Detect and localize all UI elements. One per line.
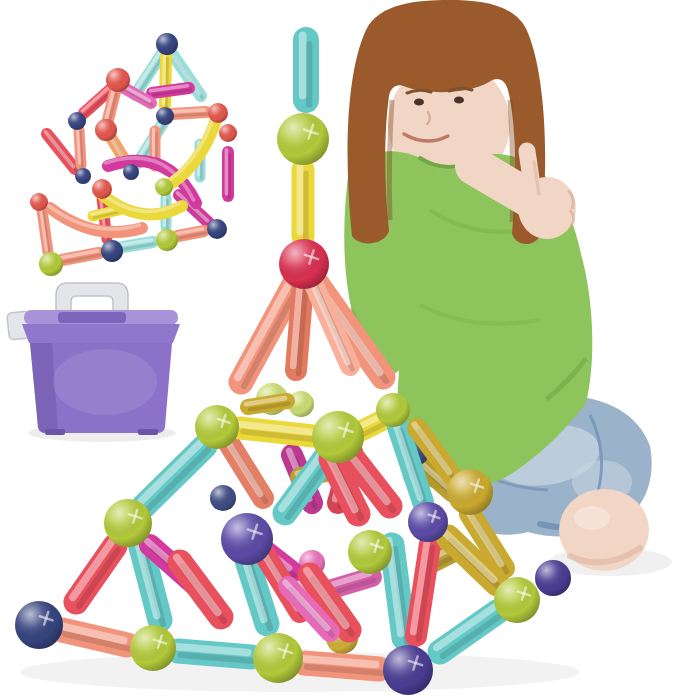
- knee-highlight: [574, 506, 610, 530]
- magnetic-ball: [312, 411, 364, 463]
- eye-left: [414, 98, 424, 105]
- magnetic-rod: [170, 110, 207, 116]
- box-foot: [45, 429, 65, 435]
- magnetic-ball: [376, 393, 410, 427]
- magnetic-rod: [121, 240, 154, 249]
- magnetic-ball: [130, 625, 176, 671]
- magnetic-ball: [221, 513, 273, 565]
- magnetic-rod: [150, 86, 190, 95]
- magnetic-ball: [208, 103, 228, 123]
- magnetic-rod: [59, 626, 130, 650]
- stick-house-model: [30, 33, 237, 276]
- magnetic-ball: [92, 179, 112, 199]
- hair-shade: [389, 100, 392, 220]
- product-image: [0, 0, 700, 700]
- magnetic-rod: [176, 229, 205, 238]
- magnetic-rod: [41, 208, 50, 254]
- magnetic-rod: [45, 132, 76, 171]
- magnetic-ball: [207, 219, 227, 239]
- curved-magnetic-rod: [170, 117, 217, 183]
- magnetic-ball: [383, 645, 433, 695]
- magnetic-rod: [141, 442, 208, 511]
- magnetic-rod: [73, 542, 118, 607]
- magnetic-rod: [60, 251, 100, 262]
- magnetic-ball: [101, 240, 123, 262]
- magnetic-ball: [210, 485, 236, 511]
- magnetic-rod: [301, 659, 382, 674]
- magnetic-rod: [300, 166, 306, 240]
- magnetic-ball: [195, 405, 239, 449]
- magnetic-rod: [303, 35, 310, 104]
- magnetic-rod: [163, 54, 167, 108]
- magnetic-ball: [535, 560, 571, 596]
- magnetic-ball: [123, 164, 139, 180]
- thumb: [527, 151, 533, 193]
- magnetic-ball: [75, 168, 91, 184]
- magnetic-ball: [39, 252, 63, 276]
- magnetic-rod: [237, 424, 316, 440]
- magnetic-rod: [78, 128, 83, 167]
- storage-box: [7, 283, 180, 435]
- box-foot: [138, 429, 158, 435]
- magnetic-ball: [348, 530, 392, 574]
- magnetic-ball: [277, 113, 329, 165]
- magnetic-ball: [106, 68, 130, 92]
- magnetic-ball: [219, 124, 237, 142]
- magnetic-ball: [156, 107, 174, 125]
- magnetic-rod: [246, 398, 289, 409]
- magnetic-rod: [437, 608, 500, 657]
- magnetic-ball: [279, 239, 329, 289]
- magnetic-rod: [413, 540, 433, 639]
- magnetic-rod: [175, 647, 254, 662]
- magnetic-ball: [15, 601, 63, 649]
- magnetic-rod: [226, 150, 229, 198]
- magnetic-ball: [156, 33, 178, 55]
- magnetic-ball: [30, 193, 48, 211]
- eye-right: [454, 96, 464, 103]
- magnetic-ball: [104, 499, 152, 547]
- magnetic-ball: [155, 178, 173, 196]
- box-lid-recess: [58, 312, 126, 323]
- magnetic-ball: [447, 469, 493, 515]
- boy-figure: [344, 0, 651, 571]
- magnetic-ball: [494, 577, 540, 623]
- magnetic-ball: [253, 633, 303, 683]
- box-lid: [22, 324, 180, 343]
- magnetic-ball: [68, 112, 86, 130]
- box-body-highlight: [53, 349, 157, 415]
- magnetic-rod: [293, 279, 306, 373]
- magnetic-ball: [156, 229, 178, 251]
- magnetic-ball: [95, 119, 117, 141]
- product-photo-svg: [0, 0, 700, 700]
- magnetic-ball: [408, 502, 448, 542]
